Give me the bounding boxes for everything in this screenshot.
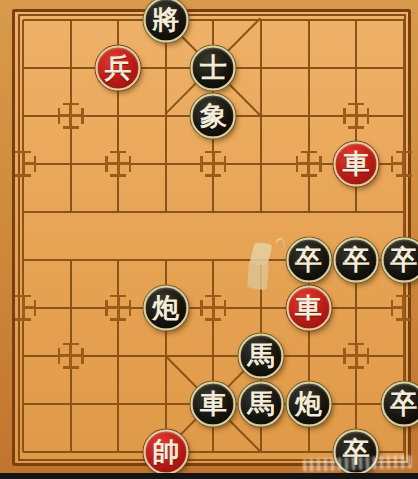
marker-arm [63,343,79,346]
point-marker [105,295,131,321]
piece-black-cannon[interactable]: 炮 [143,285,188,330]
marker-arm [63,366,79,369]
marker-arm [224,300,227,316]
marker-arm [307,151,310,177]
marker-arm [348,366,364,369]
marker-arm [81,108,84,124]
marker-arm [301,174,317,177]
marker-arm [348,103,364,106]
marker-arm [402,295,405,321]
river-smudge [247,259,269,290]
marker-arm [15,151,31,154]
marker-arm [34,156,37,172]
piece-black-soldier[interactable]: 卒 [381,381,418,426]
marker-arm [129,300,132,316]
marker-arm [301,151,317,154]
piece-black-soldier[interactable]: 卒 [334,237,379,282]
marker-arm [15,318,31,321]
piece-black-horse[interactable]: 馬 [239,381,284,426]
watermark-smudge [303,455,413,472]
marker-arm [212,295,215,321]
marker-arm [391,300,394,316]
marker-arm [391,156,394,172]
marker-arm [117,295,120,321]
marker-arm [355,343,358,369]
marker-arm [22,151,25,177]
marker-arm [348,126,364,129]
point-marker [105,151,131,177]
marker-arm [110,174,126,177]
grid-line [165,20,167,212]
marker-arm [110,151,126,154]
marker-arm [205,295,221,298]
marker-arm [117,151,120,177]
marker-arm [348,343,364,346]
marker-arm [69,343,72,369]
point-marker [200,295,226,321]
point-marker [391,295,417,321]
marker-arm [205,174,221,177]
marker-arm [63,126,79,129]
marker-arm [110,295,126,298]
marker-arm [22,295,25,321]
piece-red-general[interactable]: 帥 [143,429,188,474]
marker-arm [343,108,346,124]
marker-arm [296,156,299,172]
point-marker [343,103,369,129]
marker-arm [69,103,72,129]
marker-arm [343,348,346,364]
marker-arm [58,108,61,124]
marker-arm [63,103,79,106]
point-marker [58,343,84,369]
marker-arm [205,318,221,321]
marker-arm [402,151,405,177]
point-marker [200,151,226,177]
piece-red-chariot[interactable]: 車 [334,141,379,186]
app-screen: 將兵士象車卒卒卒炮車馬車馬炮卒帥卒 [0,0,418,479]
marker-arm [396,151,412,154]
marker-arm [396,295,412,298]
marker-arm [200,156,203,172]
point-marker [10,151,36,177]
piece-black-advisor[interactable]: 士 [191,45,236,90]
grid-line [117,260,119,452]
marker-arm [396,318,412,321]
marker-arm [15,295,31,298]
marker-arm [367,108,370,124]
marker-arm [58,348,61,364]
piece-black-chariot[interactable]: 車 [191,381,236,426]
point-marker [10,295,36,321]
bottom-black-bar [0,473,418,479]
marker-arm [34,300,37,316]
marker-arm [319,156,322,172]
piece-black-cannon[interactable]: 炮 [286,381,331,426]
marker-arm [224,156,227,172]
marker-arm [105,156,108,172]
marker-arm [200,300,203,316]
marker-arm [15,174,31,177]
grid-line [308,20,310,212]
marker-arm [355,103,358,129]
point-marker [58,103,84,129]
marker-arm [212,151,215,177]
point-marker [296,151,322,177]
grid-line [22,20,24,452]
piece-red-soldier[interactable]: 兵 [96,45,141,90]
point-marker [391,151,417,177]
marker-arm [129,156,132,172]
marker-arm [105,300,108,316]
piece-black-soldier[interactable]: 卒 [381,237,418,282]
marker-arm [205,151,221,154]
piece-black-horse[interactable]: 馬 [239,333,284,378]
marker-arm [81,348,84,364]
point-marker [343,343,369,369]
piece-red-chariot[interactable]: 車 [286,285,331,330]
piece-black-soldier[interactable]: 卒 [286,237,331,282]
marker-arm [110,318,126,321]
piece-black-elephant[interactable]: 象 [191,93,236,138]
marker-arm [396,174,412,177]
marker-arm [367,348,370,364]
